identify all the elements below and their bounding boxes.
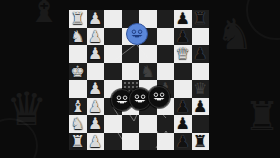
swirl-ornament bbox=[0, 118, 38, 158]
square-h5[interactable] bbox=[192, 63, 210, 81]
square-g5[interactable] bbox=[174, 63, 192, 81]
square-h7[interactable] bbox=[192, 28, 210, 46]
piece-white-rook[interactable]: ♜ bbox=[69, 133, 87, 151]
square-b5[interactable] bbox=[87, 63, 105, 81]
blob-eye-icon bbox=[132, 30, 136, 34]
piece-white-knight[interactable]: ♞ bbox=[69, 28, 87, 46]
blob-eye-icon bbox=[117, 96, 121, 100]
square-f5[interactable] bbox=[157, 63, 175, 81]
square-e2[interactable] bbox=[139, 115, 157, 133]
square-h2[interactable] bbox=[192, 115, 210, 133]
piece-white-queen[interactable]: ♛ bbox=[174, 45, 192, 63]
blob-eye-icon bbox=[160, 93, 164, 97]
piece-black-rook[interactable]: ♜ bbox=[192, 133, 210, 151]
square-d1[interactable] bbox=[122, 133, 140, 151]
piece-white-king[interactable]: ♚ bbox=[69, 63, 87, 81]
square-c1[interactable] bbox=[104, 133, 122, 151]
blob-eye-icon bbox=[138, 30, 142, 34]
piece-white-rook[interactable]: ♜ bbox=[69, 10, 87, 28]
piece-black-pawn[interactable]: ♟ bbox=[192, 98, 210, 116]
square-d2[interactable] bbox=[122, 115, 140, 133]
chess-app-screen: ♞♛♜♝ ♜♟♟♜♞♟♟♟♛♟♚♟♝♟♟♟♞♟♟♜♟♟♜♞♟♛ bbox=[0, 0, 280, 158]
square-c8[interactable] bbox=[104, 10, 122, 28]
piece-black-pawn[interactable]: ♟ bbox=[174, 10, 192, 28]
black-smiley-blob-piece[interactable] bbox=[148, 86, 170, 108]
piece-white-pawn[interactable]: ♟ bbox=[87, 115, 105, 133]
square-a4[interactable] bbox=[69, 80, 87, 98]
blue-smiley-blob-piece[interactable] bbox=[126, 23, 148, 45]
square-c7[interactable] bbox=[104, 28, 122, 46]
blob-eye-icon bbox=[154, 93, 158, 97]
square-e1[interactable] bbox=[139, 133, 157, 151]
square-f2[interactable] bbox=[157, 115, 175, 133]
square-e6[interactable] bbox=[139, 45, 157, 63]
piece-white-pawn[interactable]: ♟ bbox=[87, 10, 105, 28]
piece-black-rook[interactable]: ♜ bbox=[192, 10, 210, 28]
ghost-piece-queen: ♛ bbox=[192, 80, 210, 98]
square-a6[interactable] bbox=[69, 45, 87, 63]
piece-white-pawn[interactable]: ♟ bbox=[87, 98, 105, 116]
piece-white-pawn[interactable]: ♟ bbox=[87, 45, 105, 63]
bg-chess-piece-ornament: ♝ bbox=[28, 0, 60, 28]
piece-black-pawn[interactable]: ♟ bbox=[174, 133, 192, 151]
piece-white-pawn[interactable]: ♟ bbox=[87, 80, 105, 98]
square-f1[interactable] bbox=[157, 133, 175, 151]
piece-white-pawn[interactable]: ♟ bbox=[87, 28, 105, 46]
blob-eye-icon bbox=[123, 96, 127, 100]
square-d5[interactable] bbox=[122, 63, 140, 81]
piece-white-bishop[interactable]: ♝ bbox=[69, 98, 87, 116]
blob-eye-icon bbox=[135, 95, 139, 99]
piece-white-knight[interactable]: ♞ bbox=[69, 115, 87, 133]
ghost-piece-knight: ♞ bbox=[139, 63, 157, 81]
piece-black-pawn[interactable]: ♟ bbox=[192, 45, 210, 63]
blob-eye-icon bbox=[141, 95, 145, 99]
square-f7[interactable] bbox=[157, 28, 175, 46]
square-d6[interactable] bbox=[122, 45, 140, 63]
square-c2[interactable] bbox=[104, 115, 122, 133]
piece-black-pawn[interactable]: ♟ bbox=[174, 28, 192, 46]
piece-black-pawn[interactable]: ♟ bbox=[174, 115, 192, 133]
square-c6[interactable] bbox=[104, 45, 122, 63]
bg-chess-piece-ornament: ♜ bbox=[244, 96, 280, 136]
piece-black-pawn[interactable]: ♟ bbox=[174, 98, 192, 116]
square-f8[interactable] bbox=[157, 10, 175, 28]
square-g4[interactable] bbox=[174, 80, 192, 98]
square-f6[interactable] bbox=[157, 45, 175, 63]
piece-white-pawn[interactable]: ♟ bbox=[87, 133, 105, 151]
square-c5[interactable] bbox=[104, 63, 122, 81]
swirl-ornament bbox=[246, 0, 280, 40]
